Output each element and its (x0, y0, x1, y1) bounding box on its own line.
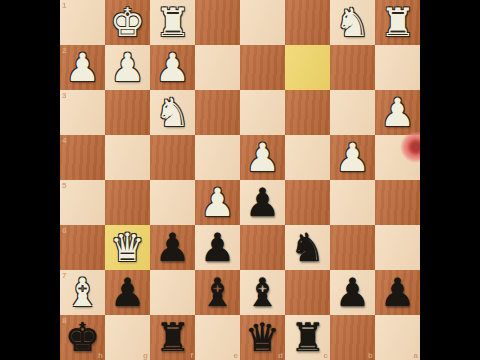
square-g1[interactable]: ♚ (105, 0, 150, 45)
square-c8[interactable]: c♜ (285, 315, 330, 360)
square-d3[interactable] (240, 90, 285, 135)
square-d4[interactable]: ♟ (240, 135, 285, 180)
rank-label-4: 4 (62, 136, 66, 145)
square-g5[interactable] (105, 180, 150, 225)
square-c5[interactable] (285, 180, 330, 225)
black-knight[interactable]: ♞ (290, 225, 325, 270)
file-label-e: e (234, 351, 238, 360)
square-b8[interactable]: b (330, 315, 375, 360)
black-pawn[interactable]: ♟ (380, 270, 415, 315)
square-c1[interactable] (285, 0, 330, 45)
white-bishop[interactable]: ♝ (65, 270, 100, 315)
square-b4[interactable]: ♟ (330, 135, 375, 180)
square-b6[interactable] (330, 225, 375, 270)
square-c7[interactable] (285, 270, 330, 315)
square-g3[interactable] (105, 90, 150, 135)
square-a6[interactable] (375, 225, 420, 270)
white-pawn[interactable]: ♟ (200, 180, 235, 225)
chess-board: 1♚♜♞♜2♟♟♟3♞♟4♟♟5♟♟6♛♟♟♞7♝♟♝♝♟♟8h♚gf♜ed♛c… (60, 0, 420, 360)
square-h1[interactable]: 1 (60, 0, 105, 45)
white-pawn[interactable]: ♟ (110, 45, 145, 90)
square-d8[interactable]: d♛ (240, 315, 285, 360)
square-e7[interactable]: ♝ (195, 270, 240, 315)
square-h2[interactable]: 2♟ (60, 45, 105, 90)
square-b1[interactable]: ♞ (330, 0, 375, 45)
square-f5[interactable] (150, 180, 195, 225)
white-knight[interactable]: ♞ (335, 0, 370, 45)
square-e3[interactable] (195, 90, 240, 135)
rank-label-6: 6 (62, 226, 66, 235)
file-label-b: b (368, 351, 373, 360)
black-rook[interactable]: ♜ (290, 315, 325, 360)
white-knight[interactable]: ♞ (155, 90, 190, 135)
square-a7[interactable]: ♟ (375, 270, 420, 315)
square-g8[interactable]: g (105, 315, 150, 360)
square-g4[interactable] (105, 135, 150, 180)
white-pawn[interactable]: ♟ (65, 45, 100, 90)
white-pawn[interactable]: ♟ (335, 135, 370, 180)
square-e6[interactable]: ♟ (195, 225, 240, 270)
black-rook[interactable]: ♜ (155, 315, 190, 360)
white-rook[interactable]: ♜ (380, 0, 415, 45)
square-h8[interactable]: 8h♚ (60, 315, 105, 360)
square-a1[interactable]: ♜ (375, 0, 420, 45)
white-rook[interactable]: ♜ (155, 0, 190, 45)
square-h6[interactable]: 6 (60, 225, 105, 270)
black-pawn[interactable]: ♟ (335, 270, 370, 315)
square-f2[interactable]: ♟ (150, 45, 195, 90)
square-b2[interactable] (330, 45, 375, 90)
square-e1[interactable] (195, 0, 240, 45)
rank-label-3: 3 (62, 91, 66, 100)
square-f3[interactable]: ♞ (150, 90, 195, 135)
square-a3[interactable]: ♟ (375, 90, 420, 135)
white-pawn[interactable]: ♟ (380, 90, 415, 135)
square-b3[interactable] (330, 90, 375, 135)
square-e4[interactable] (195, 135, 240, 180)
square-d1[interactable] (240, 0, 285, 45)
square-c4[interactable] (285, 135, 330, 180)
square-b7[interactable]: ♟ (330, 270, 375, 315)
black-pawn[interactable]: ♟ (245, 180, 280, 225)
square-c2[interactable] (285, 45, 330, 90)
white-king[interactable]: ♚ (110, 0, 145, 45)
square-h4[interactable]: 4 (60, 135, 105, 180)
square-c3[interactable] (285, 90, 330, 135)
white-queen[interactable]: ♛ (110, 225, 145, 270)
square-d5[interactable]: ♟ (240, 180, 285, 225)
black-king[interactable]: ♚ (65, 315, 100, 360)
black-bishop[interactable]: ♝ (200, 270, 235, 315)
square-g7[interactable]: ♟ (105, 270, 150, 315)
right-black-bar (420, 0, 480, 360)
black-pawn[interactable]: ♟ (200, 225, 235, 270)
black-pawn[interactable]: ♟ (110, 270, 145, 315)
square-b5[interactable] (330, 180, 375, 225)
square-d6[interactable] (240, 225, 285, 270)
square-g6[interactable]: ♛ (105, 225, 150, 270)
black-pawn[interactable]: ♟ (155, 225, 190, 270)
square-f6[interactable]: ♟ (150, 225, 195, 270)
square-h7[interactable]: 7♝ (60, 270, 105, 315)
square-f4[interactable] (150, 135, 195, 180)
square-d7[interactable]: ♝ (240, 270, 285, 315)
white-pawn[interactable]: ♟ (245, 135, 280, 180)
square-a2[interactable] (375, 45, 420, 90)
file-label-g: g (143, 351, 148, 360)
square-c6[interactable]: ♞ (285, 225, 330, 270)
square-e5[interactable]: ♟ (195, 180, 240, 225)
left-black-bar (0, 0, 60, 360)
square-h3[interactable]: 3 (60, 90, 105, 135)
square-f7[interactable] (150, 270, 195, 315)
square-h5[interactable]: 5 (60, 180, 105, 225)
rank-label-5: 5 (62, 181, 66, 190)
square-g2[interactable]: ♟ (105, 45, 150, 90)
square-a5[interactable] (375, 180, 420, 225)
white-pawn[interactable]: ♟ (155, 45, 190, 90)
square-e2[interactable] (195, 45, 240, 90)
rank-label-1: 1 (62, 1, 66, 10)
square-f1[interactable]: ♜ (150, 0, 195, 45)
square-d2[interactable] (240, 45, 285, 90)
file-label-f: f (190, 351, 193, 360)
file-label-a: a (414, 351, 418, 360)
square-f8[interactable]: f♜ (150, 315, 195, 360)
video-frame: 1♚♜♞♜2♟♟♟3♞♟4♟♟5♟♟6♛♟♟♞7♝♟♝♝♟♟8h♚gf♜ed♛c… (0, 0, 480, 360)
square-e8[interactable]: e (195, 315, 240, 360)
black-queen[interactable]: ♛ (245, 315, 280, 360)
black-bishop[interactable]: ♝ (245, 270, 280, 315)
square-a8[interactable]: a (375, 315, 420, 360)
